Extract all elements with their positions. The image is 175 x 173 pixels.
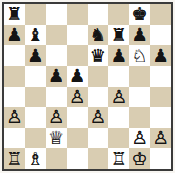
black-knight-e7: ♞ <box>90 25 106 43</box>
square-f5[interactable] <box>108 66 129 87</box>
black-rook-f7: ♜ <box>111 25 127 43</box>
black-bishop-b7: ♝ <box>27 25 43 43</box>
white-pawn-a3: ♙ <box>6 108 22 126</box>
square-h4[interactable] <box>150 87 171 108</box>
square-f2[interactable] <box>108 128 129 149</box>
white-pawn-d4: ♙ <box>69 87 85 105</box>
square-e5[interactable] <box>88 66 109 87</box>
square-e2[interactable] <box>88 128 109 149</box>
black-pawn-f6: ♟ <box>111 46 127 64</box>
square-h5[interactable] <box>150 66 171 87</box>
square-e7[interactable]: ♞ <box>88 25 109 46</box>
square-c2[interactable]: ♕ <box>46 128 67 149</box>
white-pawn-h2: ♙ <box>152 129 168 147</box>
square-g4[interactable] <box>129 87 150 108</box>
square-a1[interactable]: ♖ <box>4 148 25 169</box>
white-pawn-g2: ♙ <box>132 129 148 147</box>
square-d4[interactable]: ♙ <box>67 87 88 108</box>
square-f8[interactable] <box>108 4 129 25</box>
square-h6[interactable]: ♟ <box>150 45 171 66</box>
square-c7[interactable] <box>46 25 67 46</box>
square-h7[interactable] <box>150 25 171 46</box>
square-c8[interactable] <box>46 4 67 25</box>
square-g2[interactable]: ♙ <box>129 128 150 149</box>
square-h1[interactable] <box>150 148 171 169</box>
black-queen-e6: ♛ <box>90 46 106 64</box>
square-c4[interactable] <box>46 87 67 108</box>
square-e3[interactable]: ♙ <box>88 107 109 128</box>
chess-board: ♜♚♟♝♞♜♟♟♛♟♘♟♟♟♙♙♙♙♙♕♙♙♖♗♖♔ <box>2 2 173 171</box>
square-a4[interactable] <box>4 87 25 108</box>
square-f6[interactable]: ♟ <box>108 45 129 66</box>
white-pawn-c3: ♙ <box>48 108 64 126</box>
square-d2[interactable] <box>67 128 88 149</box>
white-king-g1: ♔ <box>132 149 148 167</box>
square-e4[interactable] <box>88 87 109 108</box>
white-pawn-f4: ♙ <box>111 87 127 105</box>
square-f7[interactable]: ♜ <box>108 25 129 46</box>
black-pawn-c5: ♟ <box>48 67 64 85</box>
chess-diagram: ♜♚♟♝♞♜♟♟♛♟♘♟♟♟♙♙♙♙♙♕♙♙♖♗♖♔ <box>0 0 175 173</box>
square-g1[interactable]: ♔ <box>129 148 150 169</box>
square-b7[interactable]: ♝ <box>25 25 46 46</box>
white-bishop-b1: ♗ <box>27 149 43 167</box>
white-queen-c2: ♕ <box>48 129 64 147</box>
square-f3[interactable] <box>108 107 129 128</box>
square-f4[interactable]: ♙ <box>108 87 129 108</box>
black-king-g8: ♚ <box>132 5 148 23</box>
square-e1[interactable] <box>88 148 109 169</box>
white-knight-g6: ♘ <box>132 46 148 64</box>
black-pawn-h6: ♟ <box>152 46 168 64</box>
black-pawn-g7: ♟ <box>132 25 148 43</box>
square-c5[interactable]: ♟ <box>46 66 67 87</box>
square-d5[interactable]: ♟ <box>67 66 88 87</box>
black-pawn-d5: ♟ <box>69 67 85 85</box>
square-h2[interactable]: ♙ <box>150 128 171 149</box>
square-a2[interactable] <box>4 128 25 149</box>
square-b1[interactable]: ♗ <box>25 148 46 169</box>
square-b6[interactable]: ♟ <box>25 45 46 66</box>
square-g8[interactable]: ♚ <box>129 4 150 25</box>
square-g7[interactable]: ♟ <box>129 25 150 46</box>
square-b3[interactable] <box>25 107 46 128</box>
black-rook-a8: ♜ <box>6 5 22 23</box>
square-c1[interactable] <box>46 148 67 169</box>
square-c6[interactable] <box>46 45 67 66</box>
square-a8[interactable]: ♜ <box>4 4 25 25</box>
white-rook-f1: ♖ <box>111 149 127 167</box>
black-pawn-a7: ♟ <box>6 25 22 43</box>
white-rook-a1: ♖ <box>6 149 22 167</box>
square-d8[interactable] <box>67 4 88 25</box>
square-c3[interactable]: ♙ <box>46 107 67 128</box>
square-b4[interactable] <box>25 87 46 108</box>
square-b5[interactable] <box>25 66 46 87</box>
square-d1[interactable] <box>67 148 88 169</box>
square-a7[interactable]: ♟ <box>4 25 25 46</box>
square-d3[interactable] <box>67 107 88 128</box>
square-h8[interactable] <box>150 4 171 25</box>
square-a5[interactable] <box>4 66 25 87</box>
black-pawn-b6: ♟ <box>27 46 43 64</box>
square-h3[interactable] <box>150 107 171 128</box>
square-g6[interactable]: ♘ <box>129 45 150 66</box>
square-e8[interactable] <box>88 4 109 25</box>
square-e6[interactable]: ♛ <box>88 45 109 66</box>
square-d6[interactable] <box>67 45 88 66</box>
square-b2[interactable] <box>25 128 46 149</box>
square-d7[interactable] <box>67 25 88 46</box>
square-g3[interactable] <box>129 107 150 128</box>
white-pawn-e3: ♙ <box>90 108 106 126</box>
square-g5[interactable] <box>129 66 150 87</box>
square-f1[interactable]: ♖ <box>108 148 129 169</box>
square-a3[interactable]: ♙ <box>4 107 25 128</box>
square-a6[interactable] <box>4 45 25 66</box>
square-b8[interactable] <box>25 4 46 25</box>
